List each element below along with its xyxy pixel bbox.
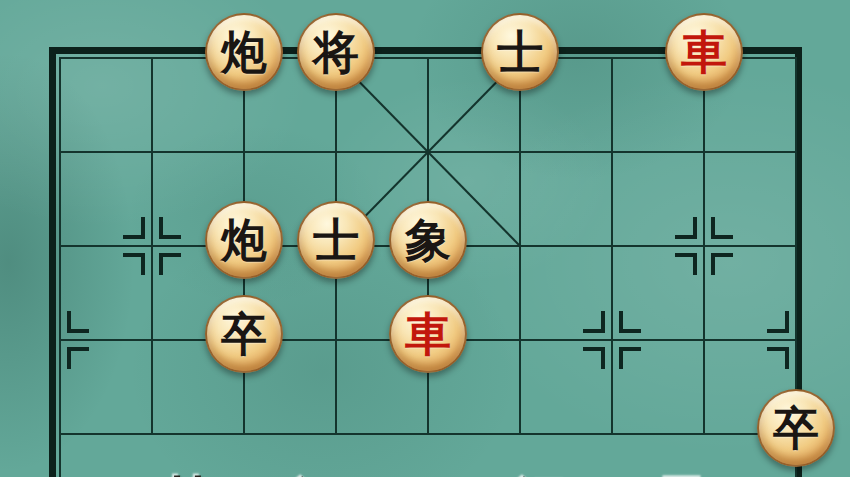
point-marker xyxy=(123,217,145,239)
xiangqi-board[interactable]: 楚河汉界炮将士車炮士象卒車卒 xyxy=(0,0,850,477)
black-advisor-glyph: 士 xyxy=(313,217,359,263)
grid-rank-line xyxy=(60,151,796,153)
red-chariot-glyph: 車 xyxy=(405,311,451,357)
black-soldier-glyph: 卒 xyxy=(773,405,819,451)
point-marker xyxy=(675,253,697,275)
point-marker xyxy=(619,311,641,333)
piece-black-cannon[interactable]: 炮 xyxy=(205,201,283,279)
point-marker xyxy=(159,253,181,275)
red-chariot-glyph: 車 xyxy=(681,29,727,75)
river-text-char: 界 xyxy=(650,466,713,477)
grid-rank-line xyxy=(60,433,796,435)
point-marker xyxy=(767,311,789,333)
point-marker xyxy=(711,217,733,239)
black-cannon-glyph: 炮 xyxy=(221,29,267,75)
piece-red-chariot[interactable]: 車 xyxy=(665,13,743,91)
piece-black-soldier[interactable]: 卒 xyxy=(205,295,283,373)
black-soldier-glyph: 卒 xyxy=(221,311,267,357)
black-cannon-glyph: 炮 xyxy=(221,217,267,263)
piece-black-elephant[interactable]: 象 xyxy=(389,201,467,279)
point-marker xyxy=(123,253,145,275)
point-marker xyxy=(619,347,641,369)
black-elephant-glyph: 象 xyxy=(405,217,451,263)
point-marker xyxy=(583,347,605,369)
river-text-char: 楚 xyxy=(153,466,216,477)
piece-red-chariot[interactable]: 車 xyxy=(389,295,467,373)
point-marker xyxy=(583,311,605,333)
river-text-char: 河 xyxy=(288,466,351,477)
black-advisor-glyph: 士 xyxy=(497,29,543,75)
piece-black-general[interactable]: 将 xyxy=(297,13,375,91)
point-marker xyxy=(67,311,89,333)
xiangqi-app-screen: 楚河汉界炮将士車炮士象卒車卒 xyxy=(0,0,850,477)
piece-black-soldier[interactable]: 卒 xyxy=(757,389,835,467)
point-marker xyxy=(67,347,89,369)
piece-black-cannon[interactable]: 炮 xyxy=(205,13,283,91)
point-marker xyxy=(159,217,181,239)
river-text-char: 汉 xyxy=(510,466,573,477)
point-marker xyxy=(711,253,733,275)
black-general-glyph: 将 xyxy=(313,29,359,75)
piece-black-advisor[interactable]: 士 xyxy=(297,201,375,279)
point-marker xyxy=(767,347,789,369)
point-marker xyxy=(675,217,697,239)
piece-black-advisor[interactable]: 士 xyxy=(481,13,559,91)
